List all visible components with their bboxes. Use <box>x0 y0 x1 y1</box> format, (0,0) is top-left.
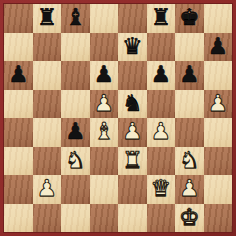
square-c6[interactable] <box>61 61 90 90</box>
square-f3[interactable] <box>147 147 176 176</box>
white-pawn-b2[interactable]: ♟ <box>33 175 62 204</box>
black-pawn-d6[interactable]: ♟ <box>90 61 119 90</box>
square-f2[interactable]: ♛ <box>147 175 176 204</box>
square-h2[interactable] <box>204 175 233 204</box>
square-h3[interactable] <box>204 147 233 176</box>
white-pawn-f4[interactable]: ♟ <box>147 118 176 147</box>
black-pawn-f6[interactable]: ♟ <box>147 61 176 90</box>
square-b4[interactable] <box>33 118 62 147</box>
square-d5[interactable]: ♟ <box>90 90 119 119</box>
square-a7[interactable] <box>4 33 33 62</box>
square-e3[interactable]: ♜ <box>118 147 147 176</box>
black-bishop-c8[interactable]: ♝ <box>61 4 90 33</box>
black-rook-b8[interactable]: ♜ <box>33 4 62 33</box>
white-pawn-e4[interactable]: ♟ <box>118 118 147 147</box>
square-e7[interactable]: ♛ <box>118 33 147 62</box>
square-d1[interactable] <box>90 204 119 233</box>
square-e2[interactable] <box>118 175 147 204</box>
square-f1[interactable] <box>147 204 176 233</box>
square-h6[interactable] <box>204 61 233 90</box>
square-d2[interactable] <box>90 175 119 204</box>
square-e4[interactable]: ♟ <box>118 118 147 147</box>
square-h8[interactable] <box>204 4 233 33</box>
square-f6[interactable]: ♟ <box>147 61 176 90</box>
square-a3[interactable] <box>4 147 33 176</box>
black-pawn-a6[interactable]: ♟ <box>4 61 33 90</box>
square-c5[interactable] <box>61 90 90 119</box>
square-e5[interactable]: ♞ <box>118 90 147 119</box>
square-a4[interactable] <box>4 118 33 147</box>
chess-board: ♜♝♜♚♛♟♟♟♟♟♟♞♟♟♝♟♟♞♜♞♟♛♟♚ <box>4 4 232 232</box>
white-king-g1[interactable]: ♚ <box>175 204 204 233</box>
square-h7[interactable]: ♟ <box>204 33 233 62</box>
square-b6[interactable] <box>33 61 62 90</box>
square-g1[interactable]: ♚ <box>175 204 204 233</box>
square-c4[interactable]: ♟ <box>61 118 90 147</box>
black-queen-e7[interactable]: ♛ <box>118 33 147 62</box>
white-rook-e3[interactable]: ♜ <box>118 147 147 176</box>
white-pawn-d5[interactable]: ♟ <box>90 90 119 119</box>
square-c8[interactable]: ♝ <box>61 4 90 33</box>
square-a8[interactable] <box>4 4 33 33</box>
square-h1[interactable] <box>204 204 233 233</box>
square-d8[interactable] <box>90 4 119 33</box>
square-f5[interactable] <box>147 90 176 119</box>
black-pawn-c4[interactable]: ♟ <box>61 118 90 147</box>
square-h4[interactable] <box>204 118 233 147</box>
white-bishop-d4[interactable]: ♝ <box>90 118 119 147</box>
square-a2[interactable] <box>4 175 33 204</box>
square-h5[interactable]: ♟ <box>204 90 233 119</box>
black-king-g8[interactable]: ♚ <box>175 4 204 33</box>
black-rook-f8[interactable]: ♜ <box>147 4 176 33</box>
square-g2[interactable]: ♟ <box>175 175 204 204</box>
white-pawn-g2[interactable]: ♟ <box>175 175 204 204</box>
white-knight-c3[interactable]: ♞ <box>61 147 90 176</box>
square-d4[interactable]: ♝ <box>90 118 119 147</box>
square-b2[interactable]: ♟ <box>33 175 62 204</box>
square-g3[interactable]: ♞ <box>175 147 204 176</box>
square-c1[interactable] <box>61 204 90 233</box>
square-a6[interactable]: ♟ <box>4 61 33 90</box>
square-d3[interactable] <box>90 147 119 176</box>
square-g4[interactable] <box>175 118 204 147</box>
square-b3[interactable] <box>33 147 62 176</box>
square-g7[interactable] <box>175 33 204 62</box>
square-e1[interactable] <box>118 204 147 233</box>
white-knight-g3[interactable]: ♞ <box>175 147 204 176</box>
square-a5[interactable] <box>4 90 33 119</box>
black-pawn-h7[interactable]: ♟ <box>204 33 233 62</box>
black-knight-e5[interactable]: ♞ <box>118 90 147 119</box>
black-pawn-g6[interactable]: ♟ <box>175 61 204 90</box>
square-b5[interactable] <box>33 90 62 119</box>
square-e8[interactable] <box>118 4 147 33</box>
square-c3[interactable]: ♞ <box>61 147 90 176</box>
square-b8[interactable]: ♜ <box>33 4 62 33</box>
square-g5[interactable] <box>175 90 204 119</box>
square-g8[interactable]: ♚ <box>175 4 204 33</box>
square-c7[interactable] <box>61 33 90 62</box>
square-e6[interactable] <box>118 61 147 90</box>
square-a1[interactable] <box>4 204 33 233</box>
square-b7[interactable] <box>33 33 62 62</box>
square-g6[interactable]: ♟ <box>175 61 204 90</box>
square-f8[interactable]: ♜ <box>147 4 176 33</box>
square-d6[interactable]: ♟ <box>90 61 119 90</box>
white-pawn-h5[interactable]: ♟ <box>204 90 233 119</box>
chess-board-frame: ♜♝♜♚♛♟♟♟♟♟♟♞♟♟♝♟♟♞♜♞♟♛♟♚ <box>0 0 236 236</box>
square-d7[interactable] <box>90 33 119 62</box>
square-f4[interactable]: ♟ <box>147 118 176 147</box>
square-f7[interactable] <box>147 33 176 62</box>
white-queen-f2[interactable]: ♛ <box>147 175 176 204</box>
square-c2[interactable] <box>61 175 90 204</box>
square-b1[interactable] <box>33 204 62 233</box>
